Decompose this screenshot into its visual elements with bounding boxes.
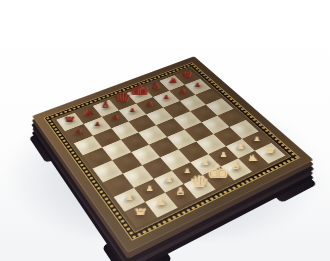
photo-scene: ♜♞♝♛♚♝♞♜♟♟♟♟♟♟♟♟♟♟♟♟♟♟♟♟♜♞♝♛♚♝♞♜ [0, 0, 330, 261]
square-h3 [230, 119, 259, 138]
product-photo: ♜♞♝♛♚♝♞♜♟♟♟♟♟♟♟♟♟♟♟♟♟♟♟♟♜♞♝♛♚♝♞♜ [0, 0, 330, 261]
board-frame: ♜♞♝♛♚♝♞♜♟♟♟♟♟♟♟♟♟♟♟♟♟♟♟♟♜♞♝♛♚♝♞♜ [32, 56, 314, 253]
ornament-inlay-border: ♜♞♝♛♚♝♞♜♟♟♟♟♟♟♟♟♟♟♟♟♟♟♟♟♜♞♝♛♚♝♞♜ [43, 62, 300, 240]
square-b6 [92, 128, 120, 147]
square-h1 [255, 143, 285, 164]
chess-board: ♜♞♝♛♚♝♞♜♟♟♟♟♟♟♟♟♟♟♟♟♟♟♟♟♜♞♝♛♚♝♞♜ [32, 56, 314, 253]
